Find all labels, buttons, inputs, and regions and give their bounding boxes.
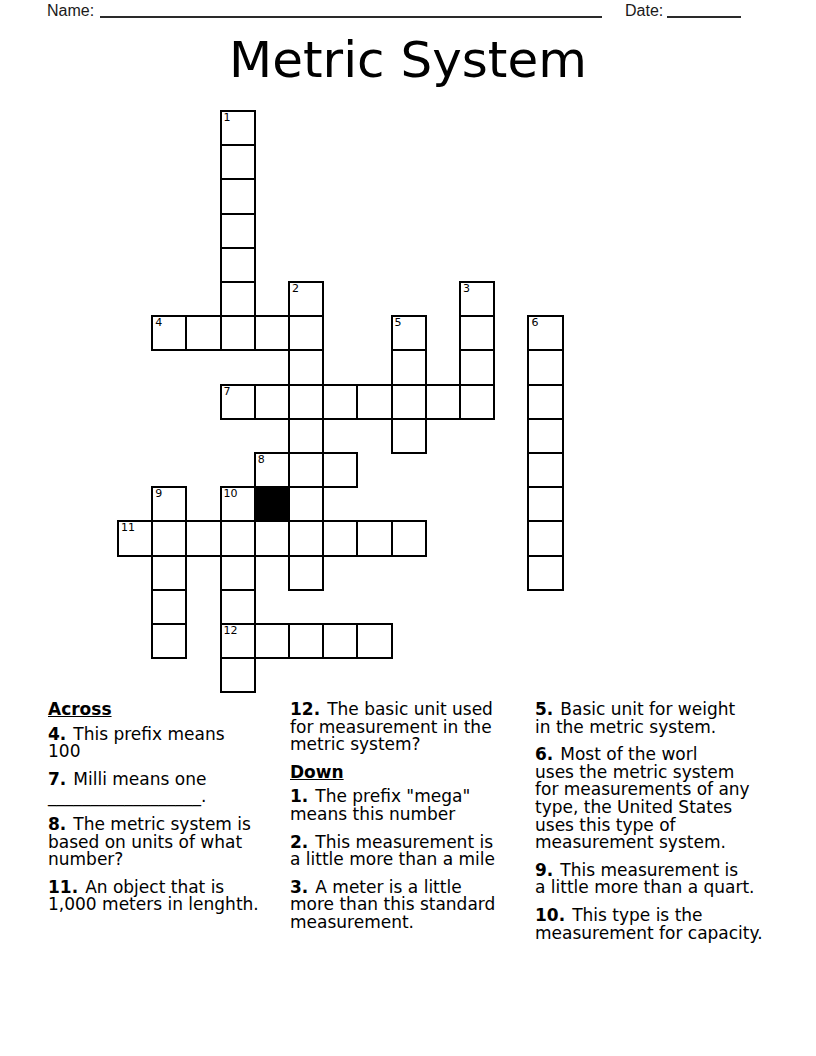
cell-number-10: 10 [224,488,238,500]
clues-column-1: Across 4.This prefix means 100 7.Milli m… [48,701,300,924]
cell-r9c12[interactable] [527,418,563,454]
cell-number-11: 11 [121,522,135,534]
cell-r8c8[interactable] [391,384,427,420]
clue-across-7: 7.Milli means one __________________. [48,771,300,806]
cell-r8c10[interactable] [459,384,495,420]
cell-r15c7[interactable] [356,623,392,659]
page-title: Metric System [0,30,816,90]
cell-r6c2[interactable] [185,315,221,351]
cell-r12c6[interactable] [322,520,358,556]
cell-r11c3[interactable]: 10 [220,486,256,522]
cell-r12c3[interactable] [220,520,256,556]
cell-number-12: 12 [224,625,238,637]
cell-r7c5[interactable] [288,349,324,385]
cell-r6c5[interactable] [288,315,324,351]
cell-r6c8[interactable]: 5 [391,315,427,351]
clue-across-11: 11.An object that is 1,000 meters in len… [48,879,300,914]
clue-text: The prefix "mega" means this number [290,786,470,824]
cell-r1c3[interactable] [220,144,256,180]
cell-r12c5[interactable] [288,520,324,556]
clue-text: This prefix means 100 [48,724,225,762]
cell-r10c4[interactable]: 8 [254,452,290,488]
clue-text: This type is the measurement for capacit… [535,905,763,943]
cell-number-3: 3 [463,283,470,295]
cell-r3c3[interactable] [220,213,256,249]
cell-r8c3[interactable]: 7 [220,384,256,420]
clue-down-9: 9.This measurement is a little more than… [535,862,787,897]
cell-r10c6[interactable] [322,452,358,488]
cell-number-6: 6 [531,317,538,329]
cell-r10c5[interactable] [288,452,324,488]
cell-r15c5[interactable] [288,623,324,659]
cell-r7c8[interactable] [391,349,427,385]
cell-r15c6[interactable] [322,623,358,659]
cell-r12c0[interactable]: 11 [117,520,153,556]
name-blank-line[interactable] [100,16,602,18]
cell-r12c4[interactable] [254,520,290,556]
cell-r12c7[interactable] [356,520,392,556]
cell-r7c10[interactable] [459,349,495,385]
cell-number-5: 5 [395,317,402,329]
cell-r8c9[interactable] [425,384,461,420]
cell-r12c8[interactable] [391,520,427,556]
clue-text: Milli means one __________________. [48,769,206,807]
cell-number-2: 2 [292,283,299,295]
cell-r13c12[interactable] [527,555,563,591]
clue-across-8: 8.The metric system is based on units of… [48,816,300,869]
cell-r13c3[interactable] [220,555,256,591]
cell-r16c3[interactable] [220,657,256,693]
clue-across-4: 4.This prefix means 100 [48,726,300,761]
cell-r6c4[interactable] [254,315,290,351]
clue-down-2: 2.This measurement is a little more than… [290,834,542,869]
cell-r5c5[interactable]: 2 [288,281,324,317]
clue-text: Basic unit for weight in the metric syst… [535,699,735,737]
clue-down-10: 10.This type is the measurement for capa… [535,907,787,942]
crossword-grid: 123456789101112 [117,110,567,700]
clue-down-5: 5.Basic unit for weight in the metric sy… [535,701,787,736]
cell-r6c10[interactable] [459,315,495,351]
cell-r12c2[interactable] [185,520,221,556]
cell-r8c12[interactable] [527,384,563,420]
cell-r8c5[interactable] [288,384,324,420]
cell-r15c4[interactable] [254,623,290,659]
clue-down-1: 1.The prefix "mega" means this number [290,788,542,823]
cell-number-4: 4 [155,317,162,329]
cell-r11c1[interactable]: 9 [151,486,187,522]
cell-number-9: 9 [155,488,162,500]
clue-text: An object that is 1,000 meters in lenght… [48,877,259,915]
clue-text: A meter is a little more than this stand… [290,877,495,932]
cell-r8c6[interactable] [322,384,358,420]
cell-r0c3[interactable]: 1 [220,110,256,146]
cell-r6c12[interactable]: 6 [527,315,563,351]
name-label: Name: [47,2,94,20]
cell-r7c12[interactable] [527,349,563,385]
cell-r12c1[interactable] [151,520,187,556]
cell-r13c1[interactable] [151,555,187,591]
cell-r9c8[interactable] [391,418,427,454]
cell-number-1: 1 [224,112,231,124]
across-heading: Across [48,701,300,719]
clue-text: This measurement is a little more than a… [290,832,495,870]
clue-across-12: 12.The basic unit used for measurement i… [290,701,542,754]
cell-number-8: 8 [258,454,265,466]
date-blank-line[interactable] [667,16,741,18]
clue-text: This measurement is a little more than a… [535,860,755,898]
cell-r15c1[interactable] [151,623,187,659]
cell-r5c3[interactable] [220,281,256,317]
cell-r8c4[interactable] [254,384,290,420]
clues-column-3: 5.Basic unit for weight in the metric sy… [535,701,787,952]
cell-r14c3[interactable] [220,589,256,625]
cell-r2c3[interactable] [220,178,256,214]
cell-r11c12[interactable] [527,486,563,522]
cell-number-7: 7 [224,386,231,398]
clue-down-3: 3.A meter is a little more than this sta… [290,879,542,932]
cell-r11c5[interactable] [288,486,324,522]
clue-text: Most of the worl uses the metric system … [535,744,750,852]
cell-r13c5[interactable] [288,555,324,591]
cell-r9c5[interactable] [288,418,324,454]
black-cell [254,486,290,522]
cell-r12c12[interactable] [527,520,563,556]
cell-r8c7[interactable] [356,384,392,420]
cell-r4c3[interactable] [220,247,256,283]
date-label: Date: [625,2,663,20]
cell-r15c3[interactable]: 12 [220,623,256,659]
cell-r14c1[interactable] [151,589,187,625]
clue-text: The metric system is based on units of w… [48,814,251,869]
cell-r5c10[interactable]: 3 [459,281,495,317]
cell-r6c3[interactable] [220,315,256,351]
clue-down-6: 6.Most of the worl uses the metric syste… [535,746,787,852]
clues-column-2: 12.The basic unit used for measurement i… [290,701,542,942]
cell-r6c1[interactable]: 4 [151,315,187,351]
cell-r10c12[interactable] [527,452,563,488]
down-heading: Down [290,764,542,782]
clue-text: The basic unit used for measurement in t… [290,699,493,754]
